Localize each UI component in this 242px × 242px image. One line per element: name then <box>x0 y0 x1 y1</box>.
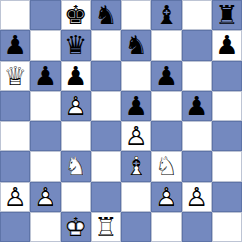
piece-glyph: ♟ <box>0 30 30 60</box>
square-h1[interactable] <box>212 212 242 242</box>
square-h6[interactable] <box>212 61 242 91</box>
white-knight[interactable]: ♞♘ <box>61 151 91 181</box>
white-pawn[interactable]: ♟♙ <box>0 182 30 212</box>
square-b6[interactable]: ♟ <box>30 61 60 91</box>
square-f1[interactable] <box>151 212 181 242</box>
white-king[interactable]: ♚♔ <box>61 212 91 242</box>
piece-glyph: ♞ <box>91 0 121 30</box>
square-g3[interactable] <box>182 151 212 181</box>
square-b1[interactable] <box>30 212 60 242</box>
square-c6[interactable]: ♟ <box>61 61 91 91</box>
square-a8[interactable] <box>0 0 30 30</box>
square-d6[interactable] <box>91 61 121 91</box>
square-e4[interactable]: ♟♙ <box>121 121 151 151</box>
white-bishop[interactable]: ♝♗ <box>121 151 151 181</box>
square-b8[interactable] <box>30 0 60 30</box>
square-h7[interactable]: ♟ <box>212 30 242 60</box>
piece-outline: ♔ <box>61 212 91 242</box>
white-knight[interactable]: ♞♘ <box>151 151 181 181</box>
black-bishop[interactable]: ♝ <box>151 0 181 30</box>
black-pawn[interactable]: ♟ <box>61 61 91 91</box>
square-g2[interactable]: ♟♙ <box>182 182 212 212</box>
black-knight[interactable]: ♞ <box>91 0 121 30</box>
square-h2[interactable] <box>212 182 242 212</box>
square-g6[interactable] <box>182 61 212 91</box>
square-e5[interactable]: ♟ <box>121 91 151 121</box>
piece-glyph: ♟ <box>30 61 60 91</box>
black-pawn[interactable]: ♟ <box>212 30 242 60</box>
square-d5[interactable] <box>91 91 121 121</box>
black-knight[interactable]: ♞ <box>121 30 151 60</box>
piece-glyph: ♟ <box>61 61 91 91</box>
square-g4[interactable] <box>182 121 212 151</box>
piece-glyph: ♝ <box>151 0 181 30</box>
black-king[interactable]: ♚ <box>61 0 91 30</box>
square-f5[interactable] <box>151 91 181 121</box>
square-e2[interactable] <box>121 182 151 212</box>
piece-outline: ♙ <box>30 182 60 212</box>
square-a2[interactable]: ♟♙ <box>0 182 30 212</box>
square-f3[interactable]: ♞♘ <box>151 151 181 181</box>
piece-outline: ♙ <box>61 91 91 121</box>
piece-outline: ♘ <box>151 151 181 181</box>
square-c4[interactable] <box>61 121 91 151</box>
square-h3[interactable] <box>212 151 242 181</box>
square-a4[interactable] <box>0 121 30 151</box>
square-g7[interactable] <box>182 30 212 60</box>
square-c7[interactable]: ♛ <box>61 30 91 60</box>
piece-glyph: ♞ <box>121 30 151 60</box>
square-b7[interactable] <box>30 30 60 60</box>
square-e7[interactable]: ♞ <box>121 30 151 60</box>
square-c2[interactable] <box>61 182 91 212</box>
square-f4[interactable] <box>151 121 181 151</box>
black-pawn[interactable]: ♟ <box>30 61 60 91</box>
white-rook[interactable]: ♜♖ <box>91 212 121 242</box>
piece-outline: ♙ <box>0 182 30 212</box>
square-a3[interactable] <box>0 151 30 181</box>
square-b3[interactable] <box>30 151 60 181</box>
piece-outline: ♙ <box>121 121 151 151</box>
white-pawn[interactable]: ♟♙ <box>151 182 181 212</box>
square-f7[interactable] <box>151 30 181 60</box>
white-pawn[interactable]: ♟♙ <box>121 121 151 151</box>
square-h5[interactable] <box>212 91 242 121</box>
square-e8[interactable] <box>121 0 151 30</box>
square-g8[interactable] <box>182 0 212 30</box>
black-pawn[interactable]: ♟ <box>182 91 212 121</box>
square-e3[interactable]: ♝♗ <box>121 151 151 181</box>
black-pawn[interactable]: ♟ <box>121 91 151 121</box>
square-d1[interactable]: ♜♖ <box>91 212 121 242</box>
square-d7[interactable] <box>91 30 121 60</box>
chess-board: ♚♞♝♜♟♛♞♟♛♕♟♟♟♟♙♟♟♟♙♞♘♝♗♞♘♟♙♟♙♟♙♟♙♚♔♜♖ <box>0 0 242 242</box>
square-b4[interactable] <box>30 121 60 151</box>
square-d8[interactable]: ♞ <box>91 0 121 30</box>
piece-outline: ♗ <box>121 151 151 181</box>
piece-outline: ♕ <box>0 61 30 91</box>
piece-glyph: ♛ <box>61 30 91 60</box>
piece-glyph: ♜ <box>212 0 242 30</box>
piece-outline: ♖ <box>91 212 121 242</box>
square-f6[interactable]: ♟ <box>151 61 181 91</box>
square-c5[interactable]: ♟♙ <box>61 91 91 121</box>
piece-outline: ♙ <box>151 182 181 212</box>
white-pawn[interactable]: ♟♙ <box>182 182 212 212</box>
black-queen[interactable]: ♛ <box>61 30 91 60</box>
square-d4[interactable] <box>91 121 121 151</box>
piece-glyph: ♟ <box>121 91 151 121</box>
white-queen[interactable]: ♛♕ <box>0 61 30 91</box>
square-a5[interactable] <box>0 91 30 121</box>
square-b5[interactable] <box>30 91 60 121</box>
square-f8[interactable]: ♝ <box>151 0 181 30</box>
square-c3[interactable]: ♞♘ <box>61 151 91 181</box>
square-a6[interactable]: ♛♕ <box>0 61 30 91</box>
black-rook[interactable]: ♜ <box>212 0 242 30</box>
piece-glyph: ♚ <box>61 0 91 30</box>
black-pawn[interactable]: ♟ <box>0 30 30 60</box>
piece-outline: ♙ <box>182 182 212 212</box>
piece-outline: ♘ <box>61 151 91 181</box>
piece-glyph: ♟ <box>212 30 242 60</box>
square-a1[interactable] <box>0 212 30 242</box>
square-e6[interactable] <box>121 61 151 91</box>
square-g5[interactable]: ♟ <box>182 91 212 121</box>
square-d3[interactable] <box>91 151 121 181</box>
square-a7[interactable]: ♟ <box>0 30 30 60</box>
square-c1[interactable]: ♚♔ <box>61 212 91 242</box>
square-d2[interactable] <box>91 182 121 212</box>
piece-glyph: ♟ <box>182 91 212 121</box>
piece-glyph: ♟ <box>151 61 181 91</box>
square-b2[interactable]: ♟♙ <box>30 182 60 212</box>
square-g1[interactable] <box>182 212 212 242</box>
square-e1[interactable] <box>121 212 151 242</box>
white-pawn[interactable]: ♟♙ <box>30 182 60 212</box>
black-pawn[interactable]: ♟ <box>151 61 181 91</box>
square-c8[interactable]: ♚ <box>61 0 91 30</box>
square-h4[interactable] <box>212 121 242 151</box>
square-h8[interactable]: ♜ <box>212 0 242 30</box>
square-f2[interactable]: ♟♙ <box>151 182 181 212</box>
white-pawn[interactable]: ♟♙ <box>61 91 91 121</box>
